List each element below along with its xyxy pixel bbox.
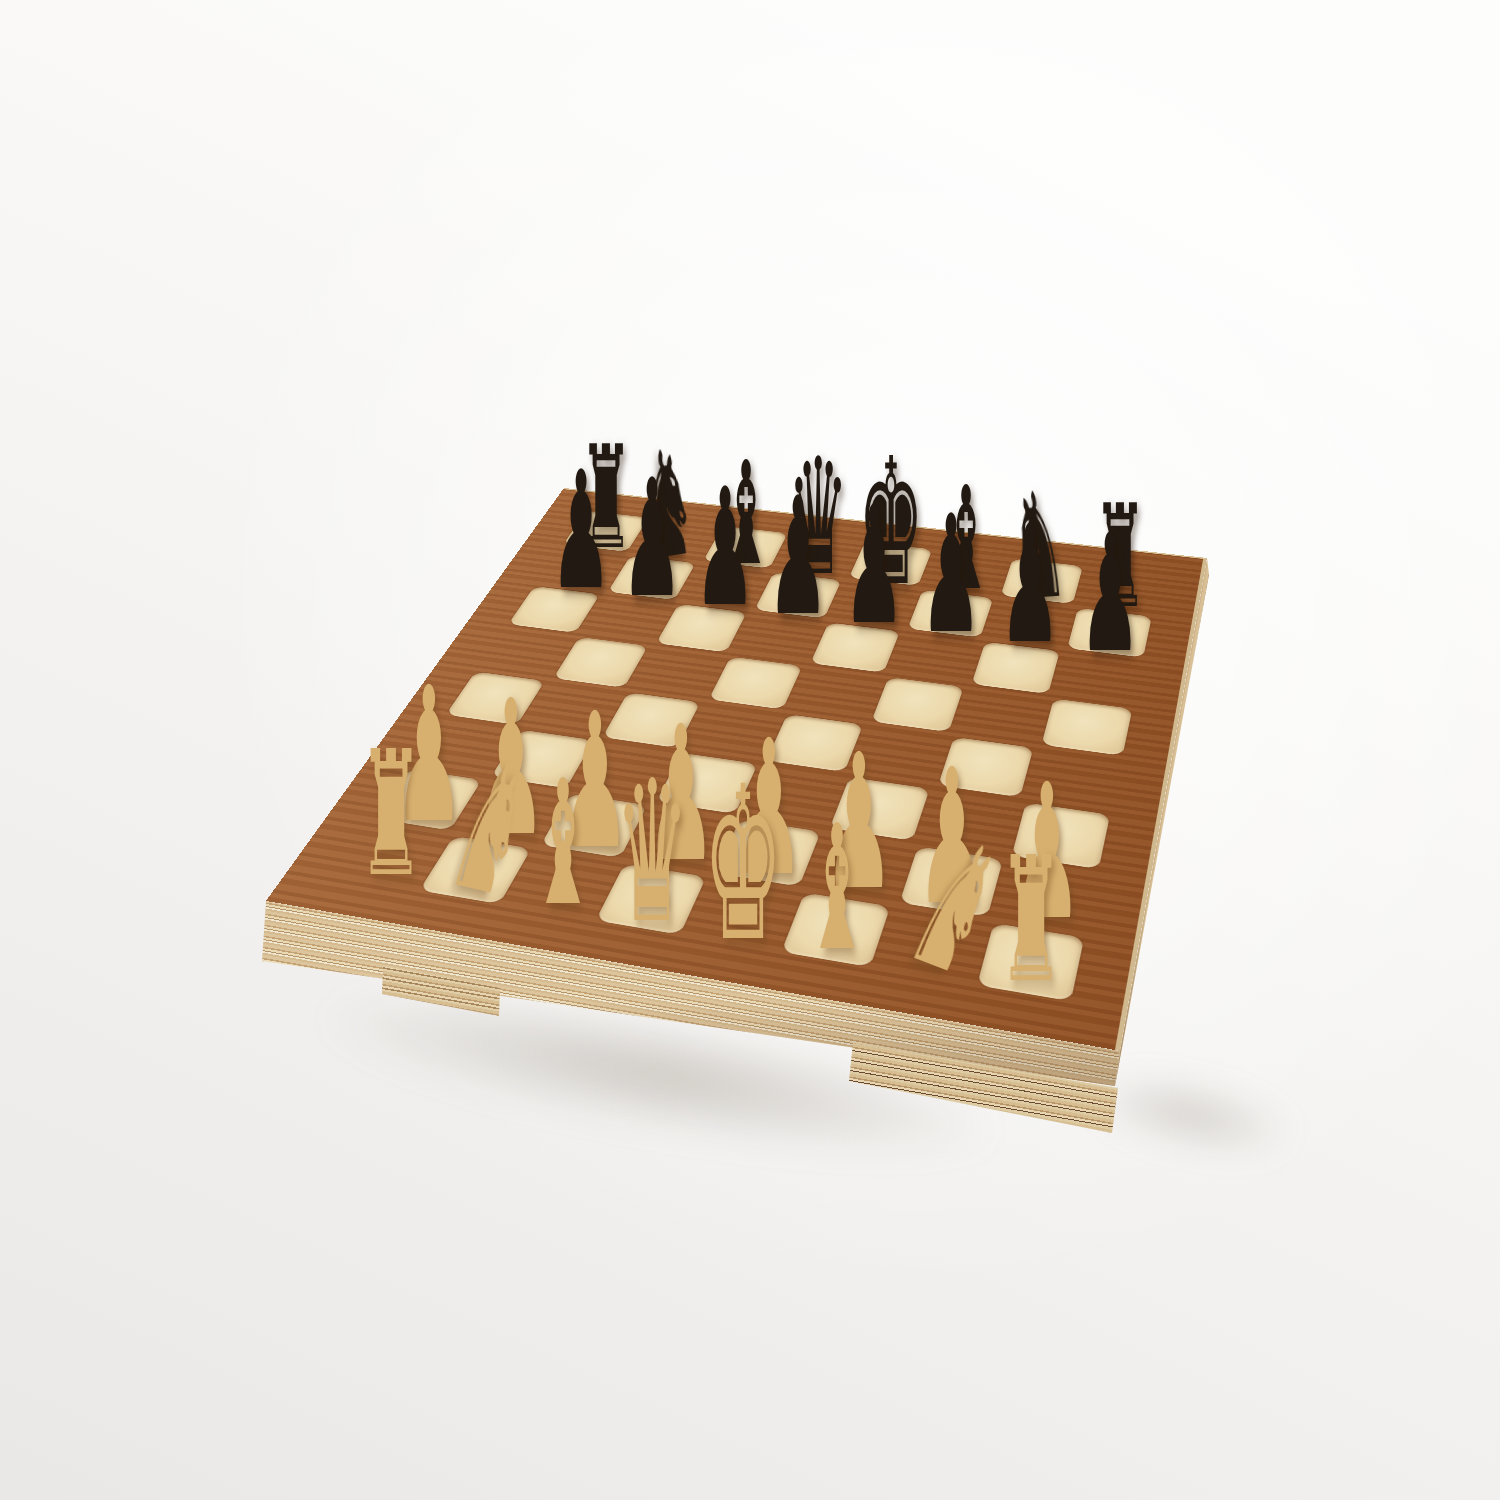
piece-black-pawn-e7[interactable]: ♟ [843, 485, 904, 648]
photo-backdrop: ♜♞♝♛♚♝♞♜♟♟♟♟♟♟♟♟♟♟♟♟♟♟♟♟♜♞♝♛♚♝♞♜ [0, 0, 1500, 1500]
piece-white-rook-h1[interactable]: ♜ [999, 835, 1064, 1008]
piece-black-pawn-h7[interactable]: ♟ [1079, 514, 1140, 677]
piece-black-pawn-f7[interactable]: ♟ [920, 494, 981, 657]
piece-white-king-e1[interactable]: ♚ [703, 758, 783, 971]
piece-black-pawn-c7[interactable]: ♟ [694, 467, 755, 630]
piece-black-pawn-d7[interactable]: ♟ [768, 476, 829, 639]
piece-black-pawn-b7[interactable]: ♟ [622, 459, 683, 622]
piece-white-bishop-c1[interactable]: ♝ [530, 757, 595, 930]
piece-white-bishop-f1[interactable]: ♝ [804, 803, 869, 976]
pieces-layer: ♜♞♝♛♚♝♞♜♟♟♟♟♟♟♟♟♟♟♟♟♟♟♟♟♜♞♝♛♚♝♞♜ [0, 0, 1500, 1500]
piece-white-rook-a1[interactable]: ♜ [359, 729, 424, 902]
piece-black-pawn-a7[interactable]: ♟ [551, 450, 612, 613]
piece-black-pawn-g7[interactable]: ♟ [999, 504, 1060, 667]
piece-white-queen-d1[interactable]: ♛ [615, 756, 689, 952]
